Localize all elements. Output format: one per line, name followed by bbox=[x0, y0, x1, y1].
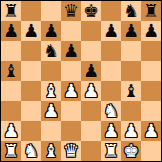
square-d2[interactable] bbox=[61, 121, 81, 141]
square-c4[interactable]: ♝ bbox=[41, 81, 61, 101]
piece-black-bishop: ♝ bbox=[123, 81, 139, 101]
square-d8[interactable]: ♛ bbox=[61, 1, 81, 21]
piece-black-knight: ♞ bbox=[123, 1, 139, 21]
square-h2[interactable]: ♟ bbox=[141, 121, 161, 141]
square-d3[interactable] bbox=[61, 101, 81, 121]
square-f8[interactable] bbox=[101, 1, 121, 21]
square-c1[interactable]: ♝ bbox=[41, 141, 61, 161]
piece-white-knight: ♞ bbox=[103, 101, 119, 121]
piece-white-bishop: ♝ bbox=[43, 81, 59, 101]
piece-black-pawn: ♟ bbox=[43, 21, 59, 41]
piece-black-knight: ♞ bbox=[43, 41, 59, 61]
piece-black-king: ♚ bbox=[83, 1, 99, 21]
square-e8[interactable]: ♚ bbox=[81, 1, 101, 21]
piece-white-queen: ♛ bbox=[63, 141, 79, 161]
square-g8[interactable]: ♞ bbox=[121, 1, 141, 21]
piece-black-pawn: ♟ bbox=[123, 21, 139, 41]
square-g3[interactable] bbox=[121, 101, 141, 121]
square-h5[interactable] bbox=[141, 61, 161, 81]
piece-white-pawn: ♟ bbox=[43, 101, 59, 121]
square-d5[interactable] bbox=[61, 61, 81, 81]
square-f3[interactable]: ♞ bbox=[101, 101, 121, 121]
piece-black-pawn: ♟ bbox=[3, 21, 19, 41]
square-b7[interactable]: ♟ bbox=[21, 21, 41, 41]
piece-black-pawn: ♟ bbox=[23, 21, 39, 41]
piece-white-pawn: ♟ bbox=[103, 121, 119, 141]
piece-white-bishop: ♝ bbox=[43, 141, 59, 161]
square-b6[interactable] bbox=[21, 41, 41, 61]
piece-black-pawn: ♟ bbox=[83, 61, 99, 81]
square-c3[interactable]: ♟ bbox=[41, 101, 61, 121]
square-a1[interactable]: ♜ bbox=[1, 141, 21, 161]
square-f2[interactable]: ♟ bbox=[101, 121, 121, 141]
piece-white-rook: ♜ bbox=[103, 141, 119, 161]
square-a2[interactable]: ♟ bbox=[1, 121, 21, 141]
square-d4[interactable]: ♟ bbox=[61, 81, 81, 101]
piece-white-pawn: ♟ bbox=[123, 121, 139, 141]
square-h8[interactable]: ♜ bbox=[141, 1, 161, 21]
piece-black-pawn: ♟ bbox=[63, 41, 79, 61]
piece-black-pawn: ♟ bbox=[143, 21, 159, 41]
square-d7[interactable] bbox=[61, 21, 81, 41]
square-c7[interactable]: ♟ bbox=[41, 21, 61, 41]
square-f1[interactable]: ♜ bbox=[101, 141, 121, 161]
piece-black-bishop: ♝ bbox=[3, 61, 19, 81]
square-a5[interactable]: ♝ bbox=[1, 61, 21, 81]
square-a6[interactable] bbox=[1, 41, 21, 61]
square-e3[interactable] bbox=[81, 101, 101, 121]
piece-black-queen: ♛ bbox=[63, 1, 79, 21]
chess-board: ♜♛♚♞♜♟♟♟♟♟♟♞♟♝♟♝♟♟♝♟♞♟♟♟♟♜♞♝♛♜♚ bbox=[0, 0, 162, 162]
square-f5[interactable] bbox=[101, 61, 121, 81]
square-c8[interactable] bbox=[41, 1, 61, 21]
square-a8[interactable]: ♜ bbox=[1, 1, 21, 21]
square-g6[interactable] bbox=[121, 41, 141, 61]
square-h1[interactable] bbox=[141, 141, 161, 161]
square-g7[interactable]: ♟ bbox=[121, 21, 141, 41]
square-c6[interactable]: ♞ bbox=[41, 41, 61, 61]
square-a4[interactable] bbox=[1, 81, 21, 101]
piece-black-rook: ♜ bbox=[143, 1, 159, 21]
square-g5[interactable] bbox=[121, 61, 141, 81]
piece-white-rook: ♜ bbox=[3, 141, 19, 161]
piece-white-king: ♚ bbox=[123, 141, 139, 161]
piece-black-pawn: ♟ bbox=[103, 21, 119, 41]
square-e7[interactable] bbox=[81, 21, 101, 41]
square-e2[interactable] bbox=[81, 121, 101, 141]
square-e6[interactable] bbox=[81, 41, 101, 61]
square-f4[interactable] bbox=[101, 81, 121, 101]
square-b5[interactable] bbox=[21, 61, 41, 81]
square-b2[interactable] bbox=[21, 121, 41, 141]
square-h6[interactable] bbox=[141, 41, 161, 61]
piece-white-pawn: ♟ bbox=[3, 121, 19, 141]
piece-white-pawn: ♟ bbox=[83, 81, 99, 101]
square-h7[interactable]: ♟ bbox=[141, 21, 161, 41]
square-a3[interactable] bbox=[1, 101, 21, 121]
square-c5[interactable] bbox=[41, 61, 61, 81]
square-g4[interactable]: ♝ bbox=[121, 81, 141, 101]
square-e4[interactable]: ♟ bbox=[81, 81, 101, 101]
piece-white-pawn: ♟ bbox=[63, 81, 79, 101]
square-b8[interactable] bbox=[21, 1, 41, 21]
square-b4[interactable] bbox=[21, 81, 41, 101]
square-c2[interactable] bbox=[41, 121, 61, 141]
square-g1[interactable]: ♚ bbox=[121, 141, 141, 161]
square-b3[interactable] bbox=[21, 101, 41, 121]
square-e5[interactable]: ♟ bbox=[81, 61, 101, 81]
square-g2[interactable]: ♟ bbox=[121, 121, 141, 141]
square-d6[interactable]: ♟ bbox=[61, 41, 81, 61]
square-f7[interactable]: ♟ bbox=[101, 21, 121, 41]
square-h4[interactable] bbox=[141, 81, 161, 101]
square-h3[interactable] bbox=[141, 101, 161, 121]
piece-black-rook: ♜ bbox=[3, 1, 19, 21]
piece-white-knight: ♞ bbox=[23, 141, 39, 161]
square-b1[interactable]: ♞ bbox=[21, 141, 41, 161]
square-a7[interactable]: ♟ bbox=[1, 21, 21, 41]
square-f6[interactable] bbox=[101, 41, 121, 61]
piece-white-pawn: ♟ bbox=[143, 121, 159, 141]
square-e1[interactable] bbox=[81, 141, 101, 161]
square-d1[interactable]: ♛ bbox=[61, 141, 81, 161]
